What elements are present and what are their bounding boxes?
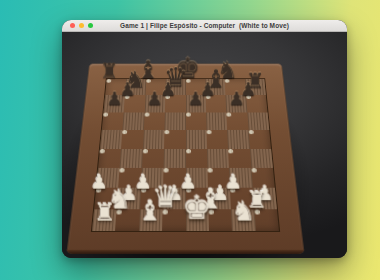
- square-g2[interactable]: ♟: [230, 188, 235, 193]
- square-c8[interactable]: ♝: [146, 79, 151, 83]
- square-d3[interactable]: [164, 168, 169, 173]
- square-b7[interactable]: ♟: [125, 95, 130, 99]
- square-f4[interactable]: [207, 149, 229, 168]
- square-a4[interactable]: [100, 149, 105, 153]
- square-h5[interactable]: [248, 130, 253, 134]
- square-a8[interactable]: ♜: [106, 79, 111, 83]
- square-d4[interactable]: [164, 149, 186, 168]
- square-a7[interactable]: ♟: [104, 95, 126, 112]
- square-h3[interactable]: [251, 168, 256, 173]
- white-pawn-a2[interactable]: ♟: [90, 172, 108, 192]
- square-a2[interactable]: ♟: [96, 188, 102, 193]
- square-b5[interactable]: [122, 130, 127, 134]
- window-titlebar[interactable]: Game 1 | Filipe Espósito - Computer (Whi…: [62, 20, 347, 32]
- white-rook-a1[interactable]: ♜: [93, 201, 114, 225]
- square-h4[interactable]: [250, 149, 273, 168]
- square-b6[interactable]: [123, 112, 145, 130]
- black-pawn-e7[interactable]: ♟: [188, 90, 204, 108]
- square-d5[interactable]: [164, 130, 169, 134]
- square-d7[interactable]: ♟: [165, 95, 170, 99]
- black-pawn-a7[interactable]: ♟: [106, 90, 122, 108]
- square-d1[interactable]: ♛: [163, 209, 168, 214]
- square-d6[interactable]: [165, 112, 186, 130]
- square-g1[interactable]: ♞: [231, 209, 255, 231]
- square-g6[interactable]: [226, 112, 231, 116]
- square-g5[interactable]: [227, 130, 249, 148]
- square-a1[interactable]: ♜: [92, 209, 117, 231]
- square-c5[interactable]: [143, 130, 165, 148]
- white-king-e1[interactable]: ♚: [182, 193, 211, 226]
- square-b3[interactable]: [120, 168, 125, 173]
- square-e1[interactable]: ♚: [186, 209, 209, 231]
- black-pawn-g7[interactable]: ♟: [228, 90, 244, 108]
- black-pawn-c7[interactable]: ♟: [147, 90, 163, 108]
- square-a5[interactable]: [100, 130, 123, 148]
- white-knight-g1[interactable]: ♞: [231, 198, 255, 225]
- square-c4[interactable]: [143, 149, 148, 153]
- chess-board-3d: ♜♞♝♛♚♝♞♜♟♟♟♟♟♟♟♟♟♟♟♟♟♟♟♟♜♞♝♛♚♝♞♜: [66, 64, 304, 254]
- window-title: Game 1 | Filipe Espósito - Computer (Whi…: [62, 20, 347, 31]
- square-e6[interactable]: [186, 112, 191, 116]
- square-f7[interactable]: ♟: [206, 95, 211, 99]
- square-c7[interactable]: ♟: [145, 95, 166, 112]
- square-h7[interactable]: ♟: [246, 95, 251, 99]
- black-rook-a8[interactable]: ♜: [100, 61, 118, 81]
- square-f5[interactable]: [206, 130, 211, 134]
- square-e5[interactable]: [186, 130, 207, 148]
- square-c6[interactable]: [144, 112, 149, 116]
- square-f3[interactable]: [207, 168, 212, 173]
- game-view: ♜♞♝♛♚♝♞♜♟♟♟♟♟♟♟♟♟♟♟♟♟♟♟♟♜♞♝♛♚♝♞♜: [62, 32, 347, 258]
- square-h6[interactable]: [247, 112, 269, 130]
- square-g4[interactable]: [228, 149, 233, 153]
- chess-board: ♜♞♝♛♚♝♞♜♟♟♟♟♟♟♟♟♟♟♟♟♟♟♟♟♜♞♝♛♚♝♞♜: [92, 79, 279, 231]
- square-g7[interactable]: ♟: [226, 95, 247, 112]
- white-bishop-c1[interactable]: ♝: [138, 197, 163, 225]
- chess-app-window: Game 1 | Filipe Espósito - Computer (Whi…: [62, 20, 347, 258]
- square-b1[interactable]: ♞: [117, 209, 123, 214]
- board-perspective-wrap: ♜♞♝♛♚♝♞♜♟♟♟♟♟♟♟♟♟♟♟♟♟♟♟♟♜♞♝♛♚♝♞♜: [79, 42, 292, 255]
- board-front-edge: [66, 250, 304, 254]
- square-a6[interactable]: [103, 112, 108, 116]
- square-c1[interactable]: ♝: [139, 209, 163, 231]
- square-e4[interactable]: [186, 149, 191, 153]
- square-f6[interactable]: [206, 112, 227, 130]
- board-frame: ♜♞♝♛♚♝♞♜♟♟♟♟♟♟♟♟♟♟♟♟♟♟♟♟♜♞♝♛♚♝♞♜: [66, 64, 304, 254]
- square-b4[interactable]: [120, 149, 143, 168]
- square-e7[interactable]: ♟: [186, 95, 206, 112]
- square-c2[interactable]: ♟: [141, 188, 146, 193]
